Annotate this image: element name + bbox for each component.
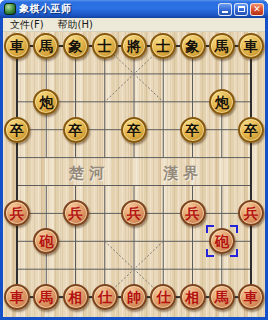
piece-black-將[interactable]: 將: [121, 33, 147, 59]
menu-help[interactable]: 帮助(H): [51, 18, 100, 32]
window-title: 象棋小巫师: [19, 2, 218, 16]
piece-black-士[interactable]: 士: [150, 33, 176, 59]
piece-black-象[interactable]: 象: [63, 33, 89, 59]
piece-red-仕[interactable]: 仕: [150, 284, 176, 310]
piece-red-相[interactable]: 相: [63, 284, 89, 310]
board-area: 楚河 漢界 車馬象士將士象馬車炮炮卒卒卒卒卒兵兵兵兵兵砲砲車馬相仕帥仕相馬車: [3, 32, 265, 317]
maximize-button[interactable]: [234, 3, 248, 16]
minimize-button[interactable]: [218, 3, 232, 16]
title-bar[interactable]: 象棋小巫师 ✕: [0, 0, 268, 18]
piece-black-馬[interactable]: 馬: [33, 33, 59, 59]
close-icon: ✕: [253, 5, 261, 14]
maximize-icon: [238, 6, 245, 12]
piece-black-卒[interactable]: 卒: [238, 117, 264, 143]
piece-black-卒[interactable]: 卒: [4, 117, 30, 143]
piece-red-馬[interactable]: 馬: [33, 284, 59, 310]
piece-black-卒[interactable]: 卒: [180, 117, 206, 143]
piece-red-兵[interactable]: 兵: [180, 200, 206, 226]
piece-red-車[interactable]: 車: [238, 284, 264, 310]
piece-black-士[interactable]: 士: [92, 33, 118, 59]
piece-red-車[interactable]: 車: [4, 284, 30, 310]
minimize-icon: [222, 11, 228, 13]
piece-black-卒[interactable]: 卒: [121, 117, 147, 143]
close-button[interactable]: ✕: [250, 3, 264, 16]
piece-red-兵[interactable]: 兵: [121, 200, 147, 226]
piece-red-帥[interactable]: 帥: [121, 284, 147, 310]
menu-file[interactable]: 文件(F): [3, 18, 51, 32]
app-icon: [4, 3, 16, 15]
piece-black-炮[interactable]: 炮: [33, 89, 59, 115]
menu-bar: 文件(F) 帮助(H): [3, 18, 265, 32]
piece-red-兵[interactable]: 兵: [4, 200, 30, 226]
piece-red-兵[interactable]: 兵: [63, 200, 89, 226]
piece-black-炮[interactable]: 炮: [209, 89, 235, 115]
piece-red-仕[interactable]: 仕: [92, 284, 118, 310]
piece-red-砲[interactable]: 砲: [33, 228, 59, 254]
piece-black-卒[interactable]: 卒: [63, 117, 89, 143]
piece-red-相[interactable]: 相: [180, 284, 206, 310]
app-window: 象棋小巫师 ✕ 文件(F) 帮助(H): [0, 0, 268, 320]
piece-red-兵[interactable]: 兵: [238, 200, 264, 226]
piece-black-馬[interactable]: 馬: [209, 33, 235, 59]
pieces-layer: 車馬象士將士象馬車炮炮卒卒卒卒卒兵兵兵兵兵砲砲車馬相仕帥仕相馬車: [3, 32, 265, 317]
piece-black-車[interactable]: 車: [4, 33, 30, 59]
piece-black-象[interactable]: 象: [180, 33, 206, 59]
piece-red-馬[interactable]: 馬: [209, 284, 235, 310]
piece-red-砲[interactable]: 砲: [209, 228, 235, 254]
piece-black-車[interactable]: 車: [238, 33, 264, 59]
